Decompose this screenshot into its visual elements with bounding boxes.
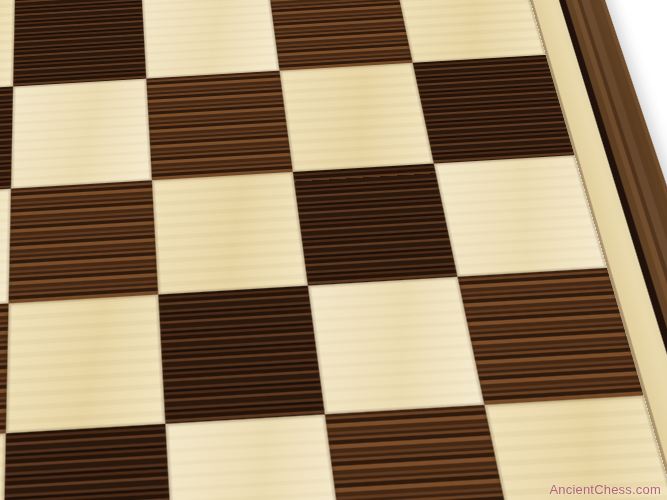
chess-board [0, 0, 667, 500]
square-f5 [141, 0, 279, 79]
square-f2 [158, 286, 325, 424]
square-g4 [279, 63, 433, 172]
board-photo: AncientChess.com [0, 0, 667, 500]
square-e1 [3, 424, 174, 500]
watermark-text: AncientChess.com [549, 482, 661, 497]
square-e4 [11, 79, 152, 189]
square-e3 [9, 180, 159, 303]
square-f1 [165, 414, 344, 500]
square-g5 [268, 0, 413, 71]
square-g2 [308, 277, 484, 415]
square-f4 [146, 71, 293, 181]
square-f3 [152, 172, 308, 295]
square-g3 [293, 164, 458, 286]
square-e5 [13, 0, 146, 87]
square-e2 [6, 295, 165, 434]
square-h5 [394, 0, 546, 63]
